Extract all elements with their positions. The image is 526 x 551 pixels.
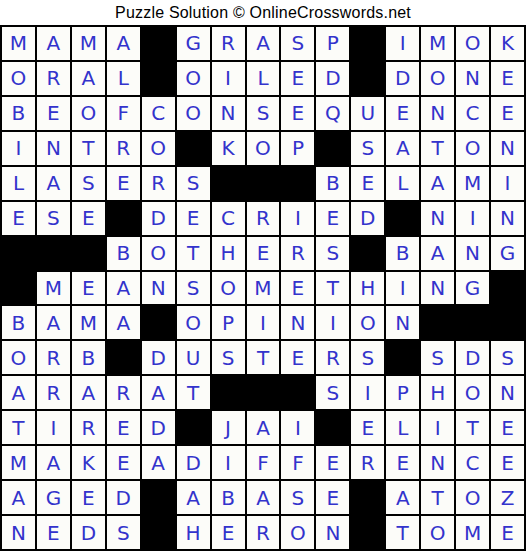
letter-cell-r5c14: M: [456, 167, 489, 200]
letter-cell-r9c4: A: [107, 306, 140, 339]
letter-cell-r11c1: A: [2, 376, 35, 409]
letter-cell-r15c6: H: [177, 516, 210, 549]
letter-cell-r5c13: A: [421, 167, 454, 200]
letter-cell-r11c6: T: [177, 376, 210, 409]
black-cell-r7c11: [351, 237, 384, 270]
letter-cell-r8c10: T: [316, 272, 349, 305]
letter-cell-r9c2: A: [37, 306, 70, 339]
letter-cell-r7c9: R: [281, 237, 314, 270]
black-cell-r11c7: [212, 376, 245, 409]
letter-cell-r12c3: R: [72, 411, 105, 444]
letter-cell-r7c7: H: [212, 237, 245, 270]
letter-cell-r11c14: O: [456, 376, 489, 409]
letter-cell-r13c15: E: [491, 446, 524, 479]
letter-cell-r14c14: O: [456, 481, 489, 514]
letter-cell-r8c9: E: [281, 272, 314, 305]
letter-cell-r12c13: I: [421, 411, 454, 444]
letter-cell-r15c10: N: [316, 516, 349, 549]
letter-cell-r14c1: A: [2, 481, 35, 514]
letter-cell-r4c12: A: [386, 132, 419, 165]
letter-cell-r8c5: N: [142, 272, 175, 305]
letter-cell-r3c12: E: [386, 97, 419, 130]
letter-cell-r13c4: E: [107, 446, 140, 479]
letter-cell-r11c13: H: [421, 376, 454, 409]
black-cell-r6c4: [107, 202, 140, 235]
letter-cell-r3c2: E: [37, 97, 70, 130]
letter-cell-r6c1: E: [2, 202, 35, 235]
letter-cell-r8c12: I: [386, 272, 419, 305]
letter-cell-r15c7: E: [212, 516, 245, 549]
black-cell-r5c9: [281, 167, 314, 200]
letter-cell-r3c13: N: [421, 97, 454, 130]
letter-cell-r14c4: D: [107, 481, 140, 514]
letter-cell-r6c10: E: [316, 202, 349, 235]
letter-cell-r9c10: I: [316, 306, 349, 339]
letter-cell-r13c6: D: [177, 446, 210, 479]
letter-cell-r7c10: S: [316, 237, 349, 270]
letter-cell-r2c7: I: [212, 62, 245, 95]
letter-cell-r10c7: S: [212, 341, 245, 374]
letter-cell-r12c9: I: [281, 411, 314, 444]
letter-cell-r3c1: B: [2, 97, 35, 130]
black-cell-r9c5: [142, 306, 175, 339]
letter-cell-r15c2: E: [37, 516, 70, 549]
black-cell-r15c11: [351, 516, 384, 549]
letter-cell-r7c8: E: [247, 237, 280, 270]
letter-cell-r11c2: R: [37, 376, 70, 409]
letter-cell-r14c10: E: [316, 481, 349, 514]
letter-cell-r3c14: C: [456, 97, 489, 130]
black-cell-r5c7: [212, 167, 245, 200]
letter-cell-r1c8: A: [247, 27, 280, 60]
letter-cell-r2c4: L: [107, 62, 140, 95]
letter-cell-r14c15: Z: [491, 481, 524, 514]
letter-cell-r6c2: S: [37, 202, 70, 235]
letter-cell-r15c1: N: [2, 516, 35, 549]
letter-cell-r6c6: E: [177, 202, 210, 235]
black-cell-r12c10: [316, 411, 349, 444]
letter-cell-r1c7: R: [212, 27, 245, 60]
letter-cell-r1c9: S: [281, 27, 314, 60]
letter-cell-r1c14: O: [456, 27, 489, 60]
letter-cell-r9c3: M: [72, 306, 105, 339]
letter-cell-r8c6: S: [177, 272, 210, 305]
letter-cell-r1c4: A: [107, 27, 140, 60]
letter-cell-r8c8: M: [247, 272, 280, 305]
letter-cell-r4c4: R: [107, 132, 140, 165]
letter-cell-r11c12: P: [386, 376, 419, 409]
letter-cell-r13c13: N: [421, 446, 454, 479]
letter-cell-r8c13: N: [421, 272, 454, 305]
letter-cell-r10c8: T: [247, 341, 280, 374]
letter-cell-r1c12: I: [386, 27, 419, 60]
letter-cell-r14c2: G: [37, 481, 70, 514]
letter-cell-r7c12: B: [386, 237, 419, 270]
letter-cell-r11c10: S: [316, 376, 349, 409]
letter-cell-r5c6: S: [177, 167, 210, 200]
letter-cell-r14c8: A: [247, 481, 280, 514]
letter-cell-r11c5: A: [142, 376, 175, 409]
letter-cell-r5c1: L: [2, 167, 35, 200]
letter-cell-r3c9: E: [281, 97, 314, 130]
black-cell-r6c12: [386, 202, 419, 235]
letter-cell-r14c7: B: [212, 481, 245, 514]
letter-cell-r7c5: O: [142, 237, 175, 270]
black-cell-r7c1: [2, 237, 35, 270]
letter-cell-r15c3: D: [72, 516, 105, 549]
letter-cell-r6c15: N: [491, 202, 524, 235]
crossword-grid: MAMAGRASPIMOKORALOILEDDONEBEOFCONSEQUENC…: [0, 25, 526, 551]
letter-cell-r2c10: D: [316, 62, 349, 95]
letter-cell-r6c14: I: [456, 202, 489, 235]
black-cell-r4c6: [177, 132, 210, 165]
letter-cell-r1c13: M: [421, 27, 454, 60]
letter-cell-r15c13: O: [421, 516, 454, 549]
letter-cell-r4c11: S: [351, 132, 384, 165]
letter-cell-r2c12: D: [386, 62, 419, 95]
black-cell-r9c13: [421, 306, 454, 339]
black-cell-r1c5: [142, 27, 175, 60]
letter-cell-r8c7: O: [212, 272, 245, 305]
black-cell-r9c15: [491, 306, 524, 339]
letter-cell-r4c5: O: [142, 132, 175, 165]
letter-cell-r3c6: O: [177, 97, 210, 130]
letter-cell-r7c6: T: [177, 237, 210, 270]
letter-cell-r13c8: F: [247, 446, 280, 479]
letter-cell-r15c14: M: [456, 516, 489, 549]
letter-cell-r4c2: N: [37, 132, 70, 165]
letter-cell-r10c15: S: [491, 341, 524, 374]
letter-cell-r6c3: E: [72, 202, 105, 235]
black-cell-r12c6: [177, 411, 210, 444]
letter-cell-r9c12: N: [386, 306, 419, 339]
letter-cell-r4c9: P: [281, 132, 314, 165]
letter-cell-r5c3: S: [72, 167, 105, 200]
letter-cell-r7c4: B: [107, 237, 140, 270]
letter-cell-r4c7: K: [212, 132, 245, 165]
letter-cell-r2c6: O: [177, 62, 210, 95]
letter-cell-r1c3: M: [72, 27, 105, 60]
letter-cell-r3c10: Q: [316, 97, 349, 130]
letter-cell-r5c11: E: [351, 167, 384, 200]
letter-cell-r10c5: D: [142, 341, 175, 374]
letter-cell-r8c11: H: [351, 272, 384, 305]
letter-cell-r9c8: I: [247, 306, 280, 339]
letter-cell-r10c14: D: [456, 341, 489, 374]
letter-cell-r13c1: M: [2, 446, 35, 479]
black-cell-r14c11: [351, 481, 384, 514]
letter-cell-r14c6: A: [177, 481, 210, 514]
letter-cell-r15c12: T: [386, 516, 419, 549]
letter-cell-r12c7: J: [212, 411, 245, 444]
letter-cell-r10c2: R: [37, 341, 70, 374]
letter-cell-r8c4: A: [107, 272, 140, 305]
letter-cell-r4c13: T: [421, 132, 454, 165]
letter-cell-r13c7: I: [212, 446, 245, 479]
letter-cell-r5c12: L: [386, 167, 419, 200]
letter-cell-r14c3: E: [72, 481, 105, 514]
page-title: Puzzle Solution © OnlineCrosswords.net: [0, 0, 526, 25]
letter-cell-r12c8: A: [247, 411, 280, 444]
black-cell-r7c3: [72, 237, 105, 270]
letter-cell-r9c9: N: [281, 306, 314, 339]
letter-cell-r4c1: I: [2, 132, 35, 165]
letter-cell-r13c12: E: [386, 446, 419, 479]
letter-cell-r6c13: N: [421, 202, 454, 235]
letter-cell-r1c2: A: [37, 27, 70, 60]
letter-cell-r5c10: B: [316, 167, 349, 200]
letter-cell-r2c14: N: [456, 62, 489, 95]
letter-cell-r5c2: A: [37, 167, 70, 200]
letter-cell-r7c15: G: [491, 237, 524, 270]
letter-cell-r14c13: T: [421, 481, 454, 514]
letter-cell-r9c7: P: [212, 306, 245, 339]
black-cell-r15c5: [142, 516, 175, 549]
black-cell-r4c10: [316, 132, 349, 165]
letter-cell-r3c5: C: [142, 97, 175, 130]
letter-cell-r10c6: U: [177, 341, 210, 374]
letter-cell-r11c11: I: [351, 376, 384, 409]
letter-cell-r2c9: E: [281, 62, 314, 95]
letter-cell-r15c8: R: [247, 516, 280, 549]
letter-cell-r11c4: R: [107, 376, 140, 409]
letter-cell-r15c15: E: [491, 516, 524, 549]
letter-cell-r15c9: O: [281, 516, 314, 549]
letter-cell-r12c2: I: [37, 411, 70, 444]
letter-cell-r10c1: O: [2, 341, 35, 374]
letter-cell-r10c10: R: [316, 341, 349, 374]
letter-cell-r10c3: B: [72, 341, 105, 374]
letter-cell-r14c9: S: [281, 481, 314, 514]
letter-cell-r2c2: R: [37, 62, 70, 95]
letter-cell-r13c11: R: [351, 446, 384, 479]
letter-cell-r6c8: R: [247, 202, 280, 235]
black-cell-r14c5: [142, 481, 175, 514]
letter-cell-r10c11: S: [351, 341, 384, 374]
letter-cell-r15c4: S: [107, 516, 140, 549]
letter-cell-r12c14: T: [456, 411, 489, 444]
letter-cell-r12c1: T: [2, 411, 35, 444]
letter-cell-r4c15: N: [491, 132, 524, 165]
letter-cell-r8c14: G: [456, 272, 489, 305]
letter-cell-r2c8: L: [247, 62, 280, 95]
letter-cell-r8c3: E: [72, 272, 105, 305]
letter-cell-r12c15: E: [491, 411, 524, 444]
letter-cell-r1c10: P: [316, 27, 349, 60]
letter-cell-r13c9: F: [281, 446, 314, 479]
black-cell-r10c12: [386, 341, 419, 374]
letter-cell-r8c2: M: [37, 272, 70, 305]
letter-cell-r9c1: B: [2, 306, 35, 339]
letter-cell-r4c8: O: [247, 132, 280, 165]
black-cell-r2c5: [142, 62, 175, 95]
letter-cell-r4c3: T: [72, 132, 105, 165]
letter-cell-r12c11: E: [351, 411, 384, 444]
letter-cell-r3c3: O: [72, 97, 105, 130]
letter-cell-r6c9: I: [281, 202, 314, 235]
puzzle-solution-page: Puzzle Solution © OnlineCrosswords.net M…: [0, 0, 526, 551]
letter-cell-r2c3: A: [72, 62, 105, 95]
letter-cell-r5c5: R: [142, 167, 175, 200]
letter-cell-r10c9: E: [281, 341, 314, 374]
black-cell-r11c9: [281, 376, 314, 409]
black-cell-r2c11: [351, 62, 384, 95]
letter-cell-r3c11: U: [351, 97, 384, 130]
black-cell-r7c2: [37, 237, 70, 270]
letter-cell-r13c14: C: [456, 446, 489, 479]
black-cell-r5c8: [247, 167, 280, 200]
black-cell-r9c14: [456, 306, 489, 339]
letter-cell-r13c10: E: [316, 446, 349, 479]
black-cell-r8c15: [491, 272, 524, 305]
letter-cell-r1c6: G: [177, 27, 210, 60]
letter-cell-r5c4: E: [107, 167, 140, 200]
letter-cell-r9c11: O: [351, 306, 384, 339]
letter-cell-r6c11: D: [351, 202, 384, 235]
letter-cell-r14c12: A: [386, 481, 419, 514]
letter-cell-r3c15: E: [491, 97, 524, 130]
letter-cell-r6c5: D: [142, 202, 175, 235]
letter-cell-r2c13: O: [421, 62, 454, 95]
letter-cell-r1c15: K: [491, 27, 524, 60]
letter-cell-r12c12: L: [386, 411, 419, 444]
letter-cell-r3c8: S: [247, 97, 280, 130]
letter-cell-r9c6: O: [177, 306, 210, 339]
letter-cell-r6c7: C: [212, 202, 245, 235]
letter-cell-r10c13: S: [421, 341, 454, 374]
black-cell-r10c4: [107, 341, 140, 374]
letter-cell-r13c2: A: [37, 446, 70, 479]
black-cell-r8c1: [2, 272, 35, 305]
letter-cell-r2c1: O: [2, 62, 35, 95]
letter-cell-r11c15: N: [491, 376, 524, 409]
black-cell-r11c8: [247, 376, 280, 409]
letter-cell-r4c14: O: [456, 132, 489, 165]
letter-cell-r7c14: N: [456, 237, 489, 270]
letter-cell-r12c5: D: [142, 411, 175, 444]
letter-cell-r12c4: E: [107, 411, 140, 444]
letter-cell-r3c7: N: [212, 97, 245, 130]
letter-cell-r7c13: A: [421, 237, 454, 270]
letter-cell-r2c15: E: [491, 62, 524, 95]
letter-cell-r11c3: A: [72, 376, 105, 409]
letter-cell-r13c5: A: [142, 446, 175, 479]
letter-cell-r1c1: M: [2, 27, 35, 60]
black-cell-r1c11: [351, 27, 384, 60]
letter-cell-r13c3: K: [72, 446, 105, 479]
letter-cell-r5c15: I: [491, 167, 524, 200]
letter-cell-r3c4: F: [107, 97, 140, 130]
